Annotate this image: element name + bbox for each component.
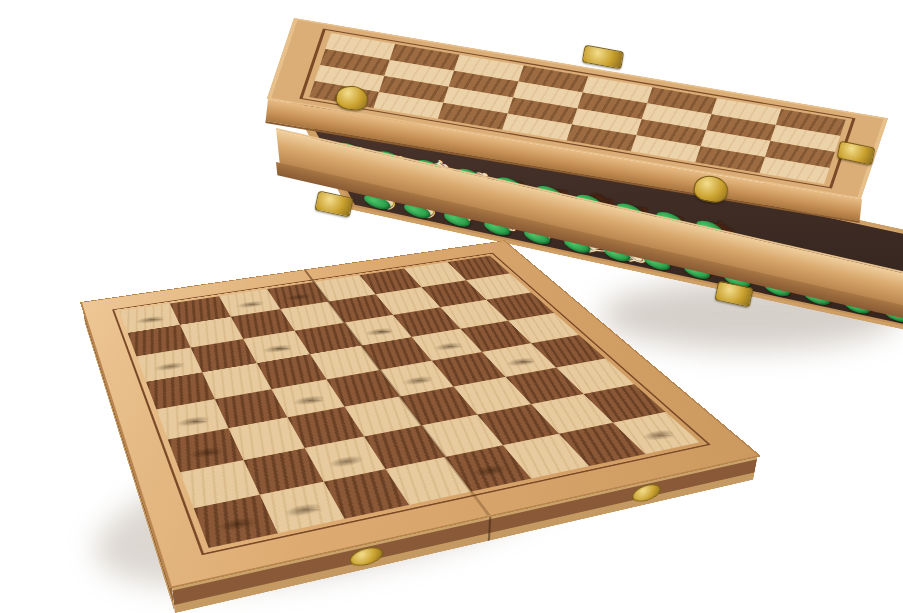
piece-black-pawn[interactable]: ♟: [364, 302, 393, 335]
piece-white-bishop[interactable]: ♝: [398, 339, 439, 385]
piece-white-pawn[interactable]: ♟: [505, 331, 536, 366]
piece-black-king[interactable]: ♚: [278, 254, 319, 300]
product-photo-scene: ♟♟♜♝♟♝♚♝♟♜ ♞♞♟♝♟♛♚♟♞♟♞♜♛♟ ♜♝♚♛♟♟♞♟♟♝♟♟♛♜…: [0, 0, 903, 613]
square-d4[interactable]: [327, 370, 400, 407]
piece-black-bishop[interactable]: ♝: [232, 267, 268, 307]
square-b5[interactable]: [202, 363, 271, 399]
piece-white-queen[interactable]: ♛: [321, 409, 372, 466]
piece-white-rook[interactable]: ♜: [214, 479, 259, 529]
piece-white-king[interactable]: ♚: [463, 415, 517, 475]
piece-black-queen[interactable]: ♛: [148, 321, 193, 371]
piece-white-pawn[interactable]: ♟: [189, 417, 224, 457]
piece-black-pawn[interactable]: ♟: [262, 318, 292, 352]
board-clasp-icon: [350, 544, 383, 569]
piece-white-rook[interactable]: ♜: [639, 395, 679, 439]
piece-white-knight[interactable]: ♞: [280, 462, 327, 514]
board-side-seam: [488, 515, 492, 541]
board-clasp-icon: [632, 482, 663, 505]
lid-hinge-icon: [582, 45, 625, 70]
piece-white-pawn[interactable]: ♟: [293, 368, 326, 405]
